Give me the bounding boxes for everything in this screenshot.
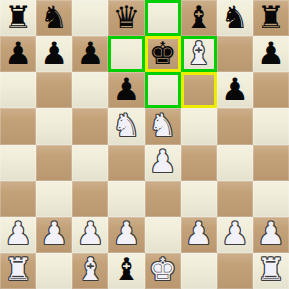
black-knight-piece[interactable]: ♞ xyxy=(40,2,68,35)
square-a4[interactable] xyxy=(0,145,36,181)
white-pawn-piece[interactable]: ♟ xyxy=(76,218,104,251)
square-b3[interactable] xyxy=(36,181,72,217)
square-c3[interactable] xyxy=(72,181,108,217)
black-bishop-piece[interactable]: ♝ xyxy=(113,254,141,287)
black-pawn-piece[interactable]: ♟ xyxy=(40,38,68,71)
square-c4[interactable] xyxy=(72,145,108,181)
square-d5[interactable]: ♞ xyxy=(108,108,144,144)
black-pawn-piece[interactable]: ♟ xyxy=(76,38,104,71)
square-g4[interactable] xyxy=(217,145,253,181)
square-f4[interactable] xyxy=(181,145,217,181)
square-b8[interactable]: ♞ xyxy=(36,0,72,36)
white-pawn-piece[interactable]: ♟ xyxy=(257,218,285,251)
white-pawn-piece[interactable]: ♟ xyxy=(40,218,68,251)
square-g5[interactable] xyxy=(217,108,253,144)
square-e1[interactable]: ♚ xyxy=(145,253,181,289)
square-b1[interactable] xyxy=(36,253,72,289)
square-g2[interactable]: ♟ xyxy=(217,217,253,253)
square-c5[interactable] xyxy=(72,108,108,144)
square-c6[interactable] xyxy=(72,72,108,108)
black-pawn-piece[interactable]: ♟ xyxy=(221,74,249,107)
black-pawn-piece[interactable]: ♟ xyxy=(4,38,32,71)
square-d3[interactable] xyxy=(108,181,144,217)
square-f6[interactable] xyxy=(181,72,217,108)
white-pawn-piece[interactable]: ♟ xyxy=(4,218,32,251)
square-a7[interactable]: ♟ xyxy=(0,36,36,72)
square-e4[interactable]: ♟ xyxy=(145,145,181,181)
square-g8[interactable]: ♞ xyxy=(217,0,253,36)
black-king-piece[interactable]: ♚ xyxy=(149,38,177,71)
white-rook-piece[interactable]: ♜ xyxy=(4,254,32,287)
square-e3[interactable] xyxy=(145,181,181,217)
white-pawn-piece[interactable]: ♟ xyxy=(221,218,249,251)
square-a2[interactable]: ♟ xyxy=(0,217,36,253)
black-rook-piece[interactable]: ♜ xyxy=(257,2,285,35)
black-rook-piece[interactable]: ♜ xyxy=(4,2,32,35)
square-d1[interactable]: ♝ xyxy=(108,253,144,289)
square-g6[interactable]: ♟ xyxy=(217,72,253,108)
square-a5[interactable] xyxy=(0,108,36,144)
square-d2[interactable]: ♟ xyxy=(108,217,144,253)
white-bishop-piece[interactable]: ♝ xyxy=(76,254,104,287)
square-c7[interactable]: ♟ xyxy=(72,36,108,72)
square-b2[interactable]: ♟ xyxy=(36,217,72,253)
square-c1[interactable]: ♝ xyxy=(72,253,108,289)
square-g3[interactable] xyxy=(217,181,253,217)
white-bishop-piece[interactable]: ♝ xyxy=(185,38,213,71)
white-pawn-piece[interactable]: ♟ xyxy=(149,146,177,179)
square-a1[interactable]: ♜ xyxy=(0,253,36,289)
square-d6[interactable]: ♟ xyxy=(108,72,144,108)
white-king-piece[interactable]: ♚ xyxy=(149,254,177,287)
square-f1[interactable] xyxy=(181,253,217,289)
white-pawn-piece[interactable]: ♟ xyxy=(185,218,213,251)
square-b6[interactable] xyxy=(36,72,72,108)
square-h8[interactable]: ♜ xyxy=(253,0,289,36)
square-e7[interactable]: ♚ xyxy=(145,36,181,72)
square-h6[interactable] xyxy=(253,72,289,108)
square-b4[interactable] xyxy=(36,145,72,181)
square-e6[interactable] xyxy=(145,72,181,108)
square-d8[interactable]: ♛ xyxy=(108,0,144,36)
square-e5[interactable]: ♞ xyxy=(145,108,181,144)
square-g7[interactable] xyxy=(217,36,253,72)
white-knight-piece[interactable]: ♞ xyxy=(113,110,141,143)
square-h7[interactable]: ♟ xyxy=(253,36,289,72)
square-a6[interactable] xyxy=(0,72,36,108)
square-f5[interactable] xyxy=(181,108,217,144)
square-e2[interactable] xyxy=(145,217,181,253)
white-rook-piece[interactable]: ♜ xyxy=(257,254,285,287)
square-h1[interactable]: ♜ xyxy=(253,253,289,289)
square-g1[interactable] xyxy=(217,253,253,289)
black-bishop-piece[interactable]: ♝ xyxy=(185,2,213,35)
square-a8[interactable]: ♜ xyxy=(0,0,36,36)
square-d7[interactable] xyxy=(108,36,144,72)
square-d4[interactable] xyxy=(108,145,144,181)
square-b5[interactable] xyxy=(36,108,72,144)
chess-board: ♜♞♛♝♞♜♟♟♟♚♝♟♟♟♞♞♟♟♟♟♟♟♟♟♜♝♝♚♜ xyxy=(0,0,289,289)
white-knight-piece[interactable]: ♞ xyxy=(149,110,177,143)
black-pawn-piece[interactable]: ♟ xyxy=(257,38,285,71)
square-f3[interactable] xyxy=(181,181,217,217)
square-c8[interactable] xyxy=(72,0,108,36)
square-f7[interactable]: ♝ xyxy=(181,36,217,72)
black-pawn-piece[interactable]: ♟ xyxy=(113,74,141,107)
square-h2[interactable]: ♟ xyxy=(253,217,289,253)
black-queen-piece[interactable]: ♛ xyxy=(113,2,141,35)
square-h4[interactable] xyxy=(253,145,289,181)
square-e8[interactable] xyxy=(145,0,181,36)
square-b7[interactable]: ♟ xyxy=(36,36,72,72)
white-pawn-piece[interactable]: ♟ xyxy=(113,218,141,251)
square-f8[interactable]: ♝ xyxy=(181,0,217,36)
square-f2[interactable]: ♟ xyxy=(181,217,217,253)
square-c2[interactable]: ♟ xyxy=(72,217,108,253)
square-a3[interactable] xyxy=(0,181,36,217)
square-h5[interactable] xyxy=(253,108,289,144)
black-knight-piece[interactable]: ♞ xyxy=(221,2,249,35)
square-h3[interactable] xyxy=(253,181,289,217)
